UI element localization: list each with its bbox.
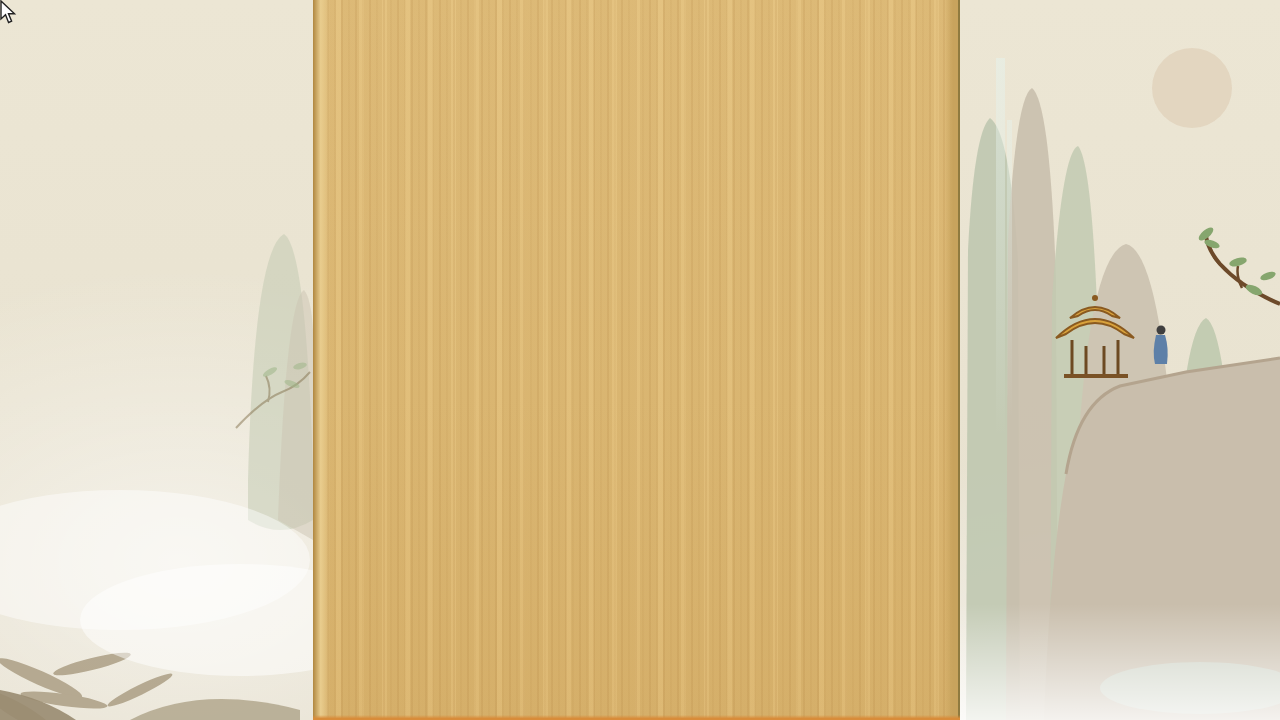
foreground-hill <box>130 699 300 720</box>
app-window: { "game": "xiangqi", "title_calligraphy"… <box>0 0 1280 720</box>
board-grid[interactable] <box>313 0 960 720</box>
mouse-cursor <box>0 0 18 26</box>
waterfall-2 <box>1007 120 1012 420</box>
branch-illustration <box>1197 225 1280 304</box>
mist-overlay <box>960 430 1280 720</box>
background-right-art <box>960 0 1280 720</box>
board-bottom-edge <box>313 715 960 720</box>
background-left-art <box>0 0 313 720</box>
xiangqi-board[interactable] <box>313 0 960 720</box>
waterfall <box>996 58 1005 438</box>
mountain-art-left <box>0 0 313 720</box>
mountain-art-right <box>960 0 1280 720</box>
sun-icon <box>1152 48 1232 128</box>
